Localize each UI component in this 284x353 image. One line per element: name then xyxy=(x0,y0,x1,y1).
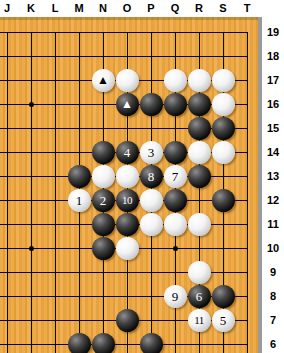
row-label-15: 15 xyxy=(262,120,284,136)
column-label-P: P xyxy=(142,1,160,16)
stone-black-O14[interactable]: 4 xyxy=(116,141,139,164)
stone-black-M13[interactable] xyxy=(68,165,91,188)
stone-black-R8[interactable]: 6 xyxy=(188,285,211,308)
star-point-K16 xyxy=(29,102,34,107)
triangle-mark-icon: ▲ xyxy=(121,98,133,111)
row-label-17: 17 xyxy=(262,72,284,88)
grid-line-row-18 xyxy=(0,56,248,57)
stone-white-Q8[interactable]: 9 xyxy=(164,285,187,308)
stone-black-S15[interactable] xyxy=(212,117,235,140)
stone-black-S12[interactable] xyxy=(212,189,235,212)
stone-white-R14[interactable] xyxy=(188,141,211,164)
move-number: 2 xyxy=(100,194,107,207)
stone-black-O11[interactable] xyxy=(116,213,139,236)
star-point-Q10 xyxy=(173,246,178,251)
stone-white-S7[interactable]: 5 xyxy=(212,309,235,332)
grid-line-col-L xyxy=(55,32,56,353)
stone-black-Q14[interactable] xyxy=(164,141,187,164)
stone-black-S8[interactable] xyxy=(212,285,235,308)
stone-white-R9[interactable] xyxy=(188,261,211,284)
grid-line-row-9 xyxy=(0,272,248,273)
go-board[interactable]: ▲▲4387121096115 xyxy=(0,17,258,353)
stone-white-R17[interactable] xyxy=(188,69,211,92)
grid-line-row-8 xyxy=(0,296,248,297)
grid-line-col-J xyxy=(7,32,8,353)
go-diagram: JKLMNOPQRST 191817161514131211109876 ▲▲4… xyxy=(0,0,284,353)
row-label-7: 7 xyxy=(262,312,284,328)
board-top-edge xyxy=(0,17,258,20)
move-number: 3 xyxy=(148,146,155,159)
stone-black-R16[interactable] xyxy=(188,93,211,116)
grid-line-row-6 xyxy=(0,344,248,345)
stone-black-N14[interactable] xyxy=(92,141,115,164)
stone-white-Q13[interactable]: 7 xyxy=(164,165,187,188)
grid-line-row-19 xyxy=(0,32,248,33)
stone-white-Q17[interactable] xyxy=(164,69,187,92)
column-label-M: M xyxy=(70,1,88,16)
stone-black-N10[interactable] xyxy=(92,237,115,260)
stone-black-P13[interactable]: 8 xyxy=(140,165,163,188)
move-number: 8 xyxy=(148,170,155,183)
row-label-10: 10 xyxy=(262,240,284,256)
stone-white-P14[interactable]: 3 xyxy=(140,141,163,164)
row-label-11: 11 xyxy=(262,216,284,232)
column-label-Q: Q xyxy=(166,1,184,16)
stone-white-P12[interactable] xyxy=(140,189,163,212)
stone-black-Q16[interactable] xyxy=(164,93,187,116)
row-label-16: 16 xyxy=(262,96,284,112)
stone-black-O12[interactable]: 10 xyxy=(116,189,139,212)
stone-white-R11[interactable] xyxy=(188,213,211,236)
stone-white-O10[interactable] xyxy=(116,237,139,260)
stone-black-N11[interactable] xyxy=(92,213,115,236)
move-number: 7 xyxy=(172,170,179,183)
stone-black-O16[interactable]: ▲ xyxy=(116,93,139,116)
stone-black-R15[interactable] xyxy=(188,117,211,140)
row-label-9: 9 xyxy=(262,264,284,280)
stone-white-Q11[interactable] xyxy=(164,213,187,236)
stone-black-R13[interactable] xyxy=(188,165,211,188)
column-label-O: O xyxy=(118,1,136,16)
row-label-8: 8 xyxy=(262,288,284,304)
stone-black-Q12[interactable] xyxy=(164,189,187,212)
column-label-S: S xyxy=(214,1,232,16)
stone-white-N17[interactable]: ▲ xyxy=(92,69,115,92)
grid-line-col-T xyxy=(247,32,248,353)
move-number: 5 xyxy=(220,314,227,327)
stone-white-P11[interactable] xyxy=(140,213,163,236)
move-number: 1 xyxy=(76,194,83,207)
stone-white-O13[interactable] xyxy=(116,165,139,188)
stone-black-P16[interactable] xyxy=(140,93,163,116)
row-label-14: 14 xyxy=(262,144,284,160)
stone-white-S16[interactable] xyxy=(212,93,235,116)
row-label-13: 13 xyxy=(262,168,284,184)
stone-white-O17[interactable] xyxy=(116,69,139,92)
stone-black-N12[interactable]: 2 xyxy=(92,189,115,212)
stone-black-N6[interactable] xyxy=(92,333,115,353)
stone-white-S17[interactable] xyxy=(212,69,235,92)
grid-line-col-K xyxy=(31,32,32,353)
move-number: 10 xyxy=(122,195,132,206)
column-label-K: K xyxy=(22,1,40,16)
row-label-6: 6 xyxy=(262,336,284,352)
move-number: 6 xyxy=(196,290,203,303)
column-label-L: L xyxy=(46,1,64,16)
stone-black-O7[interactable] xyxy=(116,309,139,332)
move-number: 9 xyxy=(172,290,179,303)
star-point-K10 xyxy=(29,246,34,251)
grid-line-row-15 xyxy=(0,128,248,129)
column-label-R: R xyxy=(190,1,208,16)
column-label-N: N xyxy=(94,1,112,16)
stone-white-S14[interactable] xyxy=(212,141,235,164)
stone-black-P6[interactable] xyxy=(140,333,163,353)
column-label-T: T xyxy=(238,1,256,16)
triangle-mark-icon: ▲ xyxy=(97,74,109,87)
row-label-12: 12 xyxy=(262,192,284,208)
stone-white-N13[interactable] xyxy=(92,165,115,188)
column-label-J: J xyxy=(0,1,16,16)
stone-white-M12[interactable]: 1 xyxy=(68,189,91,212)
stone-white-R7[interactable]: 11 xyxy=(188,309,211,332)
move-number: 11 xyxy=(194,315,204,326)
board-edge-shadow xyxy=(258,17,262,353)
row-label-19: 19 xyxy=(262,24,284,40)
move-number: 4 xyxy=(124,146,131,159)
stone-black-M6[interactable] xyxy=(68,333,91,353)
row-label-18: 18 xyxy=(262,48,284,64)
